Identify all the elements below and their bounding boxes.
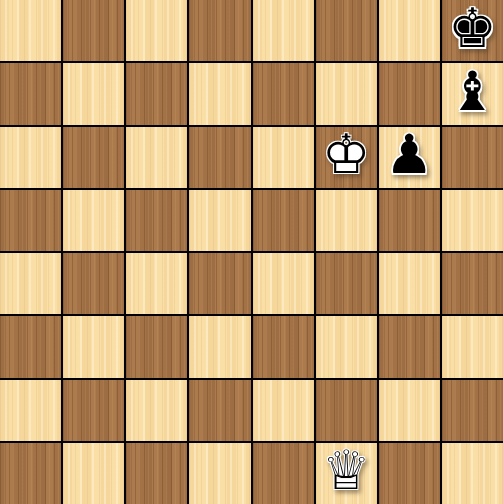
square-g8[interactable]: [379, 0, 440, 61]
square-a7[interactable]: [0, 63, 61, 124]
square-g1[interactable]: [379, 443, 440, 504]
square-c7[interactable]: [126, 63, 187, 124]
square-g3[interactable]: [379, 316, 440, 377]
black-king-glyph: ♚: [448, 2, 496, 56]
square-f1[interactable]: ♛♕: [316, 443, 377, 504]
square-d3[interactable]: [189, 316, 250, 377]
square-c4[interactable]: [126, 253, 187, 314]
square-f8[interactable]: [316, 0, 377, 61]
square-e5[interactable]: [253, 190, 314, 251]
square-f3[interactable]: [316, 316, 377, 377]
square-c2[interactable]: [126, 380, 187, 441]
square-e3[interactable]: [253, 316, 314, 377]
square-c6[interactable]: [126, 127, 187, 188]
white-king[interactable]: ♚♔: [316, 127, 377, 188]
square-g5[interactable]: [379, 190, 440, 251]
white-queen[interactable]: ♛♕: [316, 443, 377, 504]
square-a3[interactable]: [0, 316, 61, 377]
square-e4[interactable]: [253, 253, 314, 314]
black-bishop-glyph: ♝: [448, 65, 496, 119]
square-h5[interactable]: [442, 190, 503, 251]
square-a5[interactable]: [0, 190, 61, 251]
square-g6[interactable]: ♟: [379, 127, 440, 188]
square-b3[interactable]: [63, 316, 124, 377]
square-e8[interactable]: [253, 0, 314, 61]
square-d2[interactable]: [189, 380, 250, 441]
black-bishop[interactable]: ♝: [442, 63, 503, 124]
square-b6[interactable]: [63, 127, 124, 188]
square-e6[interactable]: [253, 127, 314, 188]
square-a4[interactable]: [0, 253, 61, 314]
square-h1[interactable]: [442, 443, 503, 504]
square-a1[interactable]: [0, 443, 61, 504]
square-e7[interactable]: [253, 63, 314, 124]
square-c8[interactable]: [126, 0, 187, 61]
square-d6[interactable]: [189, 127, 250, 188]
square-c3[interactable]: [126, 316, 187, 377]
white-queen-glyph: ♕: [322, 445, 370, 499]
square-f7[interactable]: [316, 63, 377, 124]
square-a8[interactable]: [0, 0, 61, 61]
black-pawn[interactable]: ♟: [379, 127, 440, 188]
square-d7[interactable]: [189, 63, 250, 124]
square-b7[interactable]: [63, 63, 124, 124]
white-king-glyph: ♔: [322, 129, 370, 183]
square-b5[interactable]: [63, 190, 124, 251]
square-h3[interactable]: [442, 316, 503, 377]
square-h7[interactable]: ♝: [442, 63, 503, 124]
black-pawn-glyph: ♟: [385, 129, 433, 183]
square-b4[interactable]: [63, 253, 124, 314]
square-d4[interactable]: [189, 253, 250, 314]
square-d5[interactable]: [189, 190, 250, 251]
square-b2[interactable]: [63, 380, 124, 441]
square-f2[interactable]: [316, 380, 377, 441]
square-c5[interactable]: [126, 190, 187, 251]
square-h2[interactable]: [442, 380, 503, 441]
square-d8[interactable]: [189, 0, 250, 61]
square-g2[interactable]: [379, 380, 440, 441]
square-b8[interactable]: [63, 0, 124, 61]
square-f5[interactable]: [316, 190, 377, 251]
square-h6[interactable]: [442, 127, 503, 188]
square-f6[interactable]: ♚♔: [316, 127, 377, 188]
chess-board: ♚♝♚♔♟♛♕: [0, 0, 503, 504]
square-h8[interactable]: ♚: [442, 0, 503, 61]
square-f4[interactable]: [316, 253, 377, 314]
square-a6[interactable]: [0, 127, 61, 188]
black-king[interactable]: ♚: [442, 0, 503, 61]
square-e1[interactable]: [253, 443, 314, 504]
square-c1[interactable]: [126, 443, 187, 504]
square-b1[interactable]: [63, 443, 124, 504]
square-g7[interactable]: [379, 63, 440, 124]
square-a2[interactable]: [0, 380, 61, 441]
square-g4[interactable]: [379, 253, 440, 314]
square-e2[interactable]: [253, 380, 314, 441]
square-h4[interactable]: [442, 253, 503, 314]
square-d1[interactable]: [189, 443, 250, 504]
